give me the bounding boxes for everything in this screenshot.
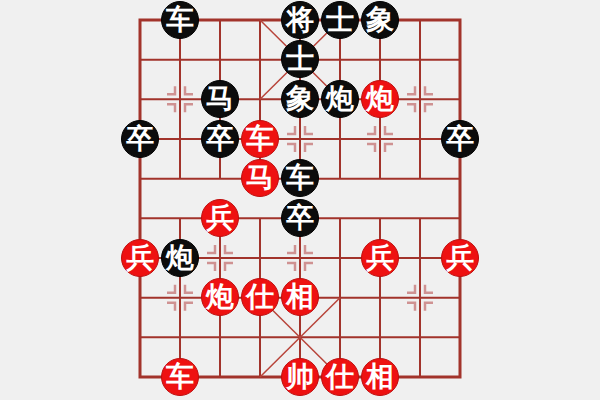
piece-red-soldier[interactable]: 兵 bbox=[361, 239, 399, 277]
piece-red-elephant[interactable]: 相 bbox=[281, 278, 319, 316]
piece-black-general[interactable]: 将 bbox=[281, 1, 319, 39]
piece-black-advisor[interactable]: 士 bbox=[281, 40, 319, 78]
piece-black-cannon[interactable]: 炮 bbox=[321, 80, 359, 118]
piece-black-elephant[interactable]: 象 bbox=[361, 1, 399, 39]
pieces-layer: 车将士象士马象炮炮卒卒车卒马车兵卒兵炮兵兵炮仕相车帅仕相 bbox=[120, 0, 480, 397]
piece-red-advisor[interactable]: 仕 bbox=[321, 358, 359, 396]
xiangqi-board: 车将士象士马象炮炮卒卒车卒马车兵卒兵炮兵兵炮仕相车帅仕相 bbox=[0, 0, 600, 400]
piece-black-soldier[interactable]: 卒 bbox=[121, 120, 159, 158]
piece-red-cannon[interactable]: 炮 bbox=[201, 278, 239, 316]
piece-black-chariot[interactable]: 车 bbox=[161, 1, 199, 39]
piece-red-soldier[interactable]: 兵 bbox=[201, 199, 239, 237]
piece-red-chariot[interactable]: 车 bbox=[241, 120, 279, 158]
piece-black-chariot[interactable]: 车 bbox=[281, 159, 319, 197]
piece-black-elephant[interactable]: 象 bbox=[281, 80, 319, 118]
piece-black-soldier[interactable]: 卒 bbox=[281, 199, 319, 237]
piece-red-soldier[interactable]: 兵 bbox=[441, 239, 479, 277]
piece-red-soldier[interactable]: 兵 bbox=[121, 239, 159, 277]
piece-red-advisor[interactable]: 仕 bbox=[241, 278, 279, 316]
piece-red-chariot[interactable]: 车 bbox=[161, 358, 199, 396]
piece-black-soldier[interactable]: 卒 bbox=[441, 120, 479, 158]
piece-red-horse[interactable]: 马 bbox=[241, 159, 279, 197]
piece-black-cannon[interactable]: 炮 bbox=[161, 239, 199, 277]
piece-red-elephant[interactable]: 相 bbox=[361, 358, 399, 396]
piece-red-cannon[interactable]: 炮 bbox=[361, 80, 399, 118]
piece-black-advisor[interactable]: 士 bbox=[321, 1, 359, 39]
piece-black-horse[interactable]: 马 bbox=[201, 80, 239, 118]
piece-red-general[interactable]: 帅 bbox=[281, 358, 319, 396]
piece-black-soldier[interactable]: 卒 bbox=[201, 120, 239, 158]
